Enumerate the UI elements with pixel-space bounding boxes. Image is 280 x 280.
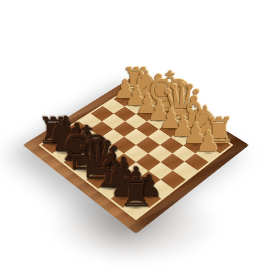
chess-set-photo: ♜♞♝♚♛♝♞♜♟♟♟♟♟♟♟♟♟♟♟♟♟♟♟♟♜♞♝♚♛♝♞♜ xyxy=(0,0,280,280)
